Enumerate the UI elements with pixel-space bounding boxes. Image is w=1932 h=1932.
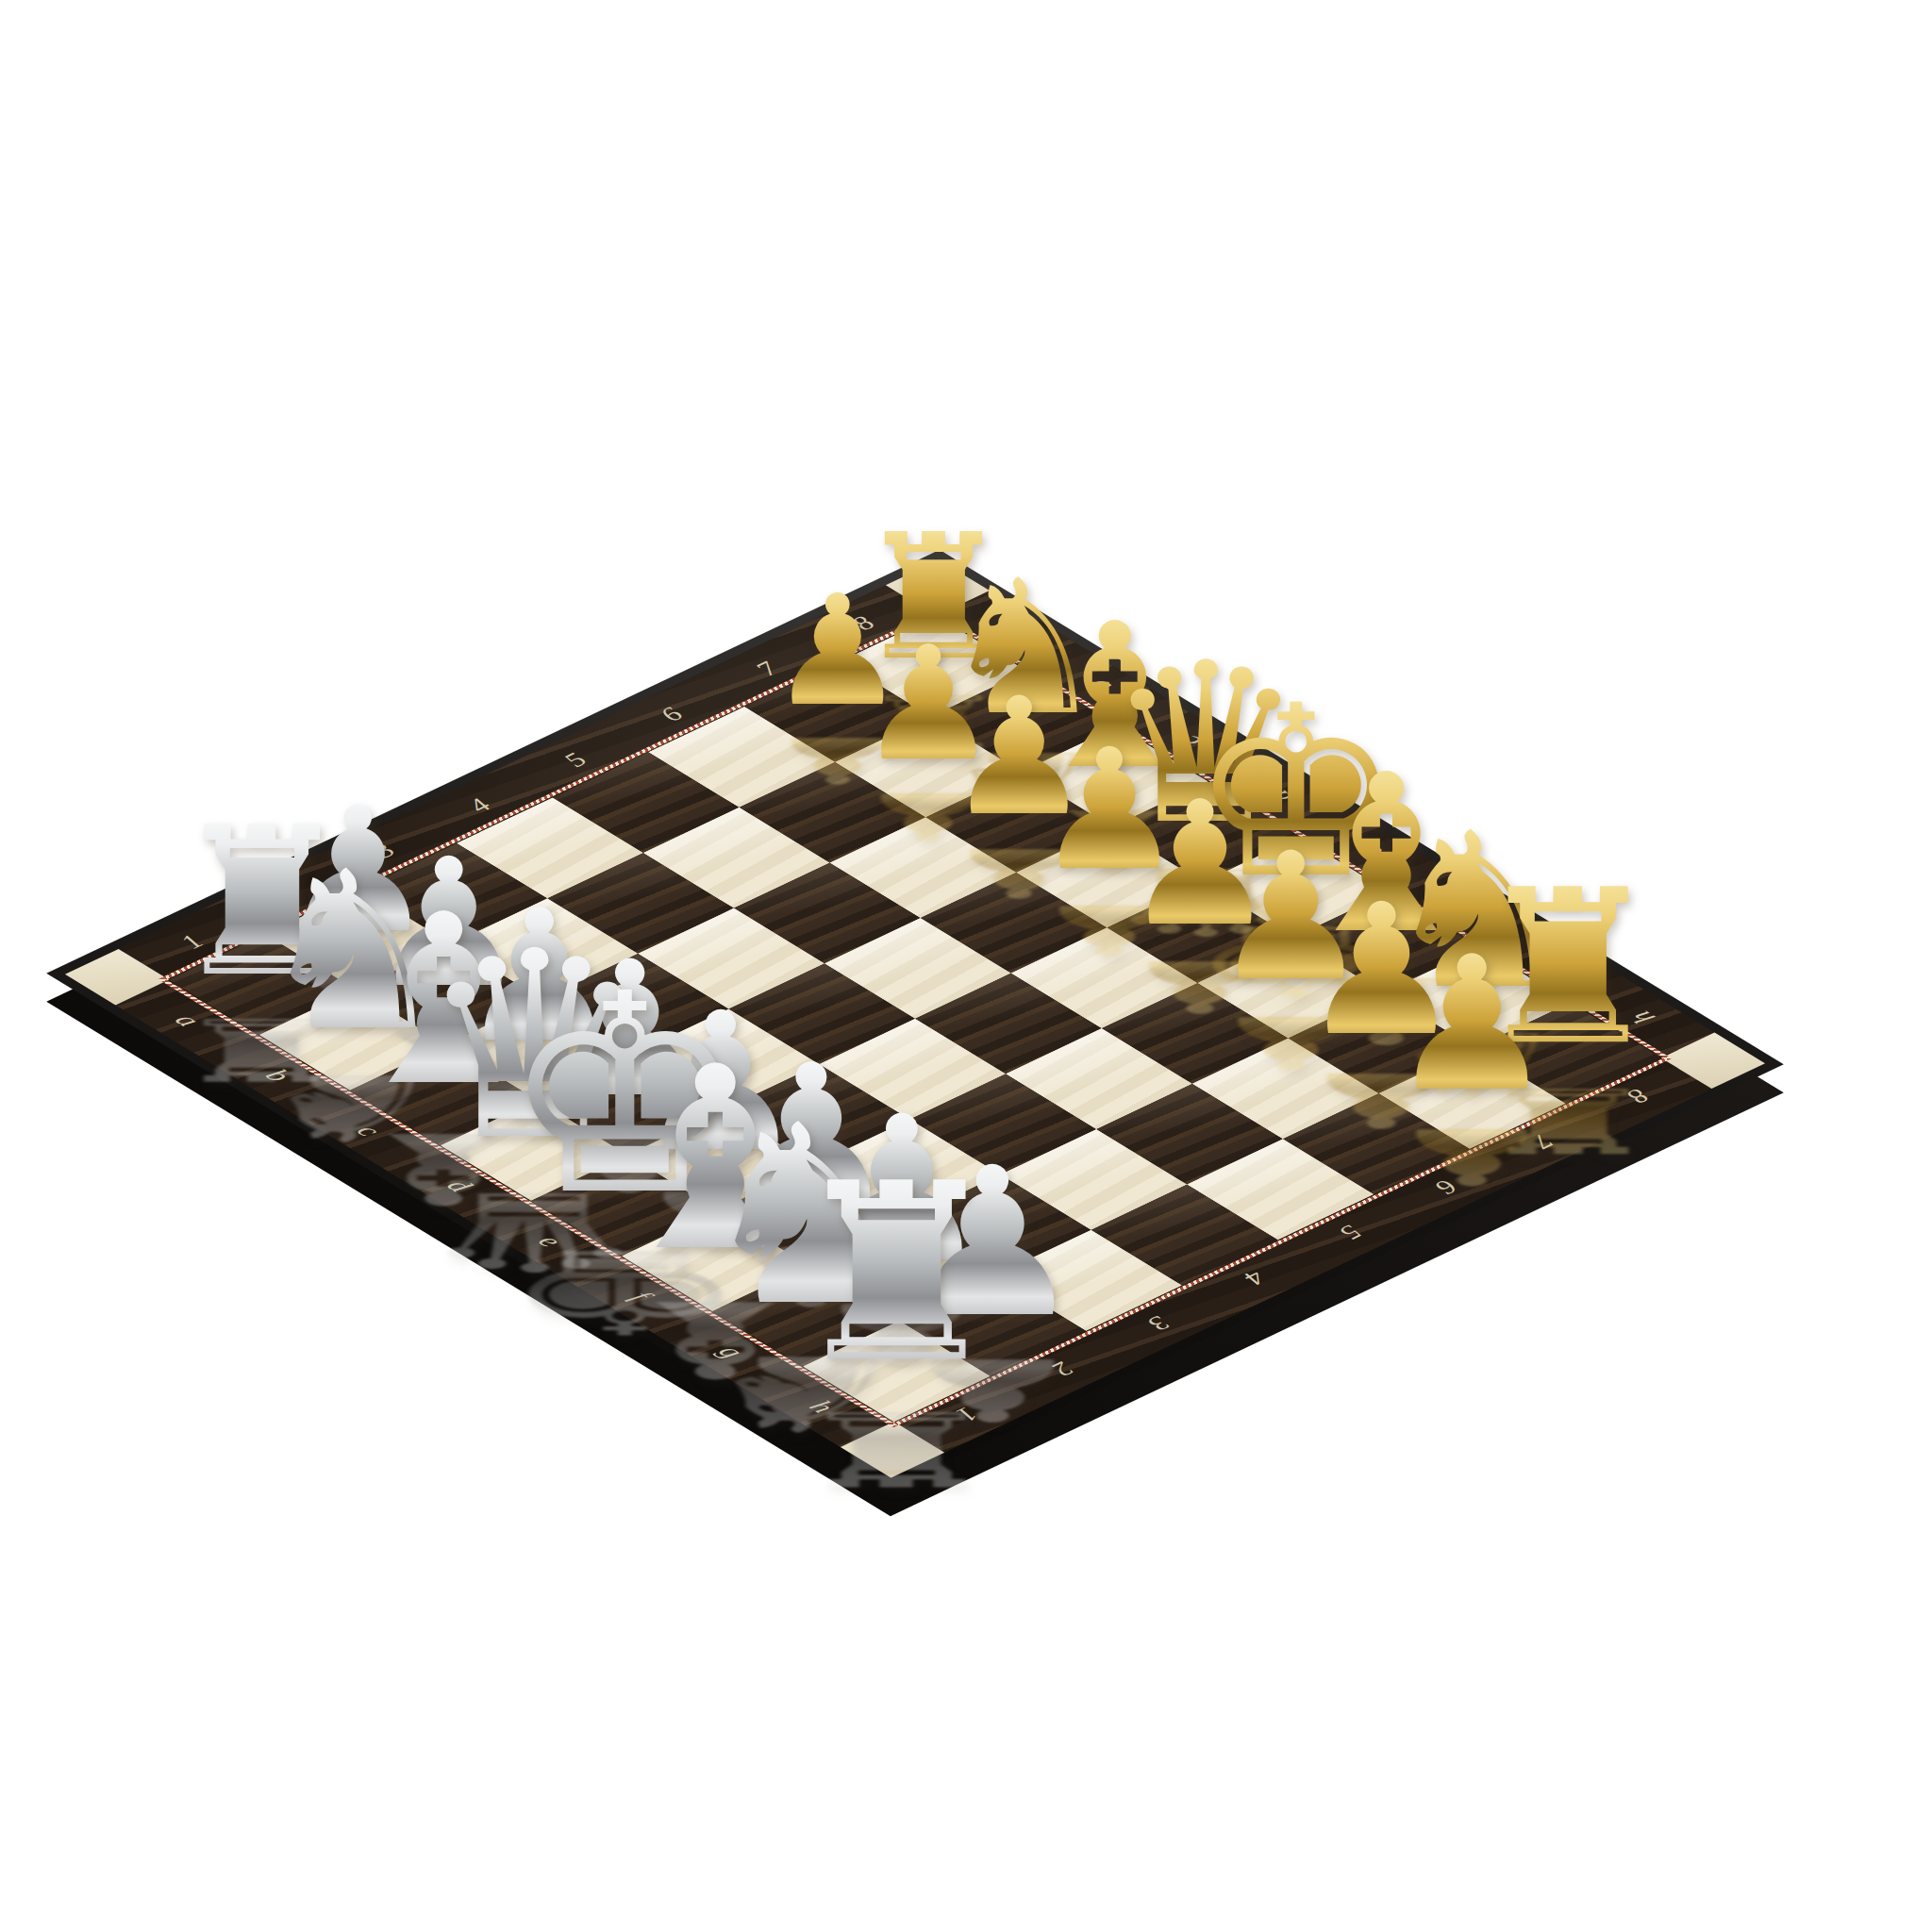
photo-stage: aa11bb22cc33dd44ee55ff66gg77hh88 ♜♜♞♞♝♝♛… [0,0,1932,1932]
board-grid [169,616,1661,1422]
chessboard: aa11bb22cc33dd44ee55ff66gg77hh88 [46,550,1784,1488]
